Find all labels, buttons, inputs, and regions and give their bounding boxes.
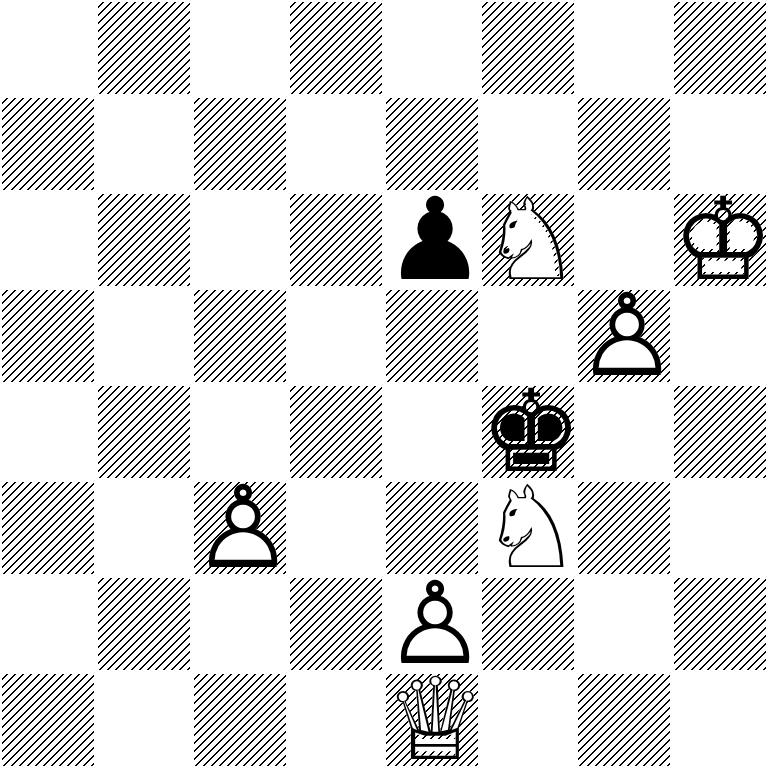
square-d2[interactable] xyxy=(288,576,384,672)
square-d4[interactable] xyxy=(288,384,384,480)
square-a1[interactable] xyxy=(0,672,96,768)
square-h5[interactable] xyxy=(672,288,768,384)
square-g6[interactable] xyxy=(576,192,672,288)
white-pawn-fill: ♟ xyxy=(576,288,672,384)
square-b7[interactable] xyxy=(96,96,192,192)
square-g3[interactable] xyxy=(576,480,672,576)
white-knight[interactable]: ♘ xyxy=(480,192,576,288)
square-g8[interactable] xyxy=(576,0,672,96)
square-e3[interactable] xyxy=(384,480,480,576)
square-h3[interactable] xyxy=(672,480,768,576)
square-g5[interactable]: ♟♙ xyxy=(576,288,672,384)
square-c6[interactable] xyxy=(192,192,288,288)
square-d1[interactable] xyxy=(288,672,384,768)
square-h8[interactable] xyxy=(672,0,768,96)
square-h4[interactable] xyxy=(672,384,768,480)
square-a6[interactable] xyxy=(0,192,96,288)
square-g7[interactable] xyxy=(576,96,672,192)
white-knight[interactable]: ♘ xyxy=(480,480,576,576)
square-e1[interactable]: ♛♕ xyxy=(384,672,480,768)
square-c1[interactable] xyxy=(192,672,288,768)
square-c4[interactable] xyxy=(192,384,288,480)
square-f7[interactable] xyxy=(480,96,576,192)
white-king[interactable]: ♔ xyxy=(672,192,768,288)
square-e5[interactable] xyxy=(384,288,480,384)
square-c3[interactable]: ♟♙ xyxy=(192,480,288,576)
square-c8[interactable] xyxy=(192,0,288,96)
square-c5[interactable] xyxy=(192,288,288,384)
square-a4[interactable] xyxy=(0,384,96,480)
square-c7[interactable] xyxy=(192,96,288,192)
square-b1[interactable] xyxy=(96,672,192,768)
square-b5[interactable] xyxy=(96,288,192,384)
white-pawn[interactable]: ♙ xyxy=(384,576,480,672)
black-pawn[interactable]: ♟ xyxy=(384,192,480,288)
square-b2[interactable] xyxy=(96,576,192,672)
white-pawn[interactable]: ♙ xyxy=(192,480,288,576)
square-e8[interactable] xyxy=(384,0,480,96)
white-pawn-fill: ♟ xyxy=(384,576,480,672)
square-d3[interactable] xyxy=(288,480,384,576)
square-d8[interactable] xyxy=(288,0,384,96)
square-e2[interactable]: ♟♙ xyxy=(384,576,480,672)
square-b8[interactable] xyxy=(96,0,192,96)
white-king-fill: ♚ xyxy=(672,192,768,288)
chess-board: ♟♞♘♚♔♟♙♚♟♙♞♘♟♙♛♕ xyxy=(0,0,768,768)
square-e6[interactable]: ♟ xyxy=(384,192,480,288)
square-d5[interactable] xyxy=(288,288,384,384)
white-queen-fill: ♛ xyxy=(384,672,480,768)
square-d7[interactable] xyxy=(288,96,384,192)
square-a5[interactable] xyxy=(0,288,96,384)
square-h2[interactable] xyxy=(672,576,768,672)
square-h7[interactable] xyxy=(672,96,768,192)
square-f1[interactable] xyxy=(480,672,576,768)
black-king[interactable]: ♚ xyxy=(480,384,576,480)
square-f8[interactable] xyxy=(480,0,576,96)
square-a2[interactable] xyxy=(0,576,96,672)
square-f2[interactable] xyxy=(480,576,576,672)
square-f3[interactable]: ♞♘ xyxy=(480,480,576,576)
square-c2[interactable] xyxy=(192,576,288,672)
square-g4[interactable] xyxy=(576,384,672,480)
square-a3[interactable] xyxy=(0,480,96,576)
square-b6[interactable] xyxy=(96,192,192,288)
square-f5[interactable] xyxy=(480,288,576,384)
white-knight-fill: ♞ xyxy=(480,480,576,576)
white-pawn-fill: ♟ xyxy=(192,480,288,576)
square-f4[interactable]: ♚ xyxy=(480,384,576,480)
square-e7[interactable] xyxy=(384,96,480,192)
square-a8[interactable] xyxy=(0,0,96,96)
white-queen[interactable]: ♕ xyxy=(384,672,480,768)
square-g1[interactable] xyxy=(576,672,672,768)
square-f6[interactable]: ♞♘ xyxy=(480,192,576,288)
square-h1[interactable] xyxy=(672,672,768,768)
white-knight-fill: ♞ xyxy=(480,192,576,288)
square-h6[interactable]: ♚♔ xyxy=(672,192,768,288)
square-b4[interactable] xyxy=(96,384,192,480)
square-d6[interactable] xyxy=(288,192,384,288)
square-g2[interactable] xyxy=(576,576,672,672)
square-e4[interactable] xyxy=(384,384,480,480)
square-a7[interactable] xyxy=(0,96,96,192)
white-pawn[interactable]: ♙ xyxy=(576,288,672,384)
square-b3[interactable] xyxy=(96,480,192,576)
